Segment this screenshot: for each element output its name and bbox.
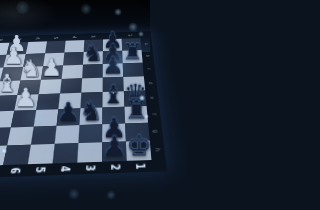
rank-label-bottom-1: 1 (132, 156, 148, 177)
rank-label-bottom-5: 5 (31, 159, 48, 180)
piece-white-pawn[interactable]: ♟ (95, 54, 131, 78)
square-g5[interactable] (31, 126, 57, 145)
piece-black-pawn[interactable]: ♟ (0, 138, 13, 166)
square-g4[interactable] (55, 125, 80, 144)
chess-board: ♜♟♟♟♞♟♜♞♟♟♛♝♚♟♝♛♝♟♟♞♜♞♟♟♜♟♟♚ 87654321876… (0, 31, 150, 179)
square-a5[interactable] (45, 41, 66, 54)
square-h1[interactable]: ♚ (126, 141, 150, 161)
rank-label-bottom-3: 3 (82, 158, 97, 179)
rank-label-top-6: 6 (33, 33, 44, 45)
chess-scene: ♜♟♟♟♞♟♜♞♟♟♛♝♚♟♝♛♝♟♟♞♜♞♟♟♜♟♟♚ 87654321876… (0, 0, 150, 210)
square-c5[interactable]: ♟ (41, 65, 63, 79)
rank-label-top-5: 5 (52, 32, 62, 44)
piece-white-king[interactable]: ♚ (118, 132, 150, 160)
board-grid: ♜♟♟♟♞♟♜♞♟♟♛♝♚♟♝♛♝♟♟♞♜♞♟♟♜♟♟♚ (0, 38, 150, 167)
square-d4[interactable] (60, 78, 82, 93)
piece-black-pawn[interactable]: ♟ (34, 56, 70, 80)
square-c2[interactable]: ♟ (103, 63, 124, 77)
